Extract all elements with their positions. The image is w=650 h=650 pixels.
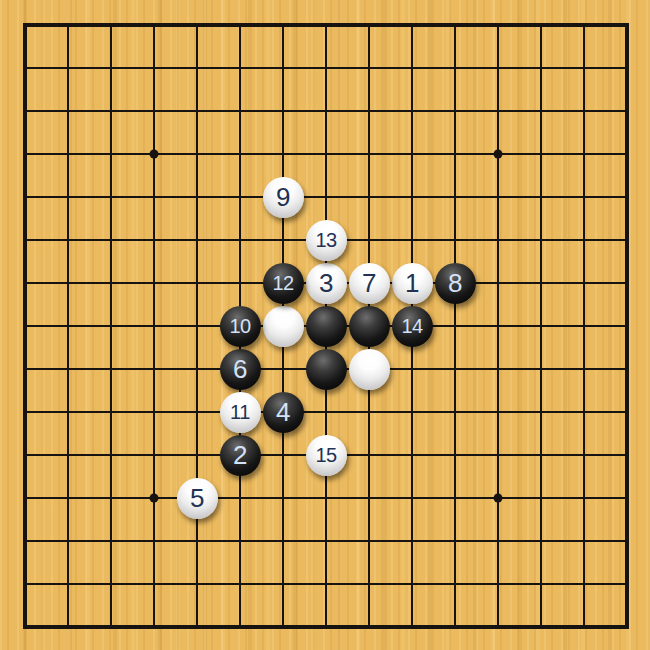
move-number-label: 9 bbox=[276, 184, 290, 210]
move-number-label: 7 bbox=[362, 270, 376, 296]
move-number-label: 14 bbox=[401, 316, 422, 336]
move-number-label: 5 bbox=[190, 485, 204, 511]
stone-white-move-13: 13 bbox=[306, 220, 347, 261]
stone-black-move-10: 10 bbox=[220, 306, 261, 347]
move-number-label: 15 bbox=[315, 445, 336, 465]
move-number-label: 11 bbox=[230, 402, 250, 422]
stone-black-move-14: 14 bbox=[392, 306, 433, 347]
stone-white-move-9: 9 bbox=[263, 177, 304, 218]
stone-black-move-8: 8 bbox=[435, 263, 476, 304]
move-number-label: 2 bbox=[233, 442, 247, 468]
move-number-label: 4 bbox=[276, 399, 290, 425]
stone-black-setup-h8 bbox=[306, 306, 347, 347]
move-number-label: 13 bbox=[315, 230, 336, 250]
stone-white-move-11: 11 bbox=[220, 392, 261, 433]
stone-black-setup-h7 bbox=[306, 349, 347, 390]
stone-white-move-5: 5 bbox=[177, 478, 218, 519]
stone-black-move-6: 6 bbox=[220, 349, 261, 390]
stone-white-move-7: 7 bbox=[349, 263, 390, 304]
stone-white-setup-g8 bbox=[263, 306, 304, 347]
move-number-label: 10 bbox=[229, 316, 250, 336]
stone-white-setup-i7 bbox=[349, 349, 390, 390]
stone-black-move-12: 12 bbox=[263, 263, 304, 304]
stone-white-move-15: 15 bbox=[306, 435, 347, 476]
stone-black-move-2: 2 bbox=[220, 435, 261, 476]
stone-black-move-4: 4 bbox=[263, 392, 304, 433]
stone-white-move-3: 3 bbox=[306, 263, 347, 304]
stones-layer: 123456789101112131415 bbox=[0, 0, 650, 650]
move-number-label: 6 bbox=[233, 356, 247, 382]
move-number-label: 1 bbox=[405, 270, 419, 296]
move-number-label: 12 bbox=[272, 273, 293, 293]
gomoku-board[interactable]: 123456789101112131415 bbox=[0, 0, 650, 650]
stone-black-setup-i8 bbox=[349, 306, 390, 347]
move-number-label: 3 bbox=[319, 270, 333, 296]
stone-white-move-1: 1 bbox=[392, 263, 433, 304]
move-number-label: 8 bbox=[448, 270, 462, 296]
